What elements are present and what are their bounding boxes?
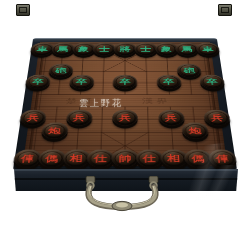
piece-red-炮: 炮 — [182, 123, 209, 139]
piece-green-象: 象 — [155, 43, 178, 56]
watermark-text: 雲上野花 — [79, 97, 123, 110]
latch-left — [16, 4, 30, 16]
watermark-streak-2 — [185, 165, 250, 200]
piece-green-卒: 卒 — [156, 74, 181, 88]
product-photo: 楚 河 漢 界 車馬象士將士象馬車砲砲卒卒卒卒卒兵兵兵兵兵炮炮俥傌相仕帥仕相傌俥… — [0, 0, 250, 250]
piece-red-帥: 帥 — [112, 150, 139, 168]
latch-right — [218, 4, 232, 16]
piece-red-兵: 兵 — [158, 110, 184, 126]
carry-handle — [74, 176, 170, 216]
piece-green-卒: 卒 — [113, 74, 137, 88]
piece-red-兵: 兵 — [112, 110, 137, 126]
piece-green-砲: 砲 — [177, 64, 202, 78]
river-label-right: 漢 界 — [141, 97, 168, 105]
board-grid-area: 楚 河 漢 界 車馬象士將士象馬車砲砲卒卒卒卒卒兵兵兵兵兵炮炮俥傌相仕帥仕相傌俥 — [27, 50, 222, 160]
piece-green-將: 將 — [114, 43, 137, 56]
piece-green-士: 士 — [93, 43, 116, 56]
piece-green-車: 車 — [196, 43, 220, 56]
piece-green-士: 士 — [134, 43, 157, 56]
